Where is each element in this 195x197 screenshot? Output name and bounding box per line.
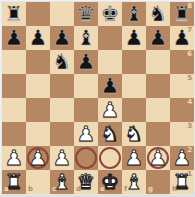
square-b5[interactable] <box>26 74 50 98</box>
piece-black-bishop-f8[interactable]: ♝ <box>122 2 146 26</box>
square-c8[interactable] <box>50 2 74 26</box>
piece-black-queen-d8[interactable]: ♛ <box>74 2 98 26</box>
square-d4[interactable] <box>74 98 98 122</box>
square-a8[interactable]: ♜ <box>2 2 26 26</box>
square-g3[interactable] <box>146 122 170 146</box>
square-g8[interactable]: ♞ <box>146 2 170 26</box>
square-d1[interactable]: ♛d <box>74 170 98 194</box>
annotation-circle-d2 <box>75 147 97 169</box>
piece-black-pawn-e5[interactable]: ♟ <box>98 74 122 98</box>
square-c6[interactable]: ♞ <box>50 50 74 74</box>
piece-white-queen-d1[interactable]: ♛ <box>74 170 98 194</box>
square-a7[interactable]: ♟ <box>2 26 26 50</box>
square-d6[interactable]: ♟ <box>74 50 98 74</box>
piece-black-knight-g8[interactable]: ♞ <box>146 2 170 26</box>
square-c2[interactable]: ♟ <box>50 146 74 170</box>
square-c5[interactable] <box>50 74 74 98</box>
piece-white-pawn-e4[interactable]: ♟ <box>98 98 122 122</box>
square-c7[interactable]: ♟ <box>50 26 74 50</box>
square-a3[interactable] <box>2 122 26 146</box>
piece-white-knight-f3[interactable]: ♞ <box>122 122 146 146</box>
square-c3[interactable] <box>50 122 74 146</box>
rank-label-4: 4 <box>187 99 192 106</box>
piece-white-knight-e3[interactable]: ♞ <box>98 122 122 146</box>
square-f6[interactable] <box>122 50 146 74</box>
square-h6[interactable]: 6 <box>170 50 194 74</box>
square-b3[interactable] <box>26 122 50 146</box>
piece-black-pawn-b7[interactable]: ♟ <box>26 26 50 50</box>
rank-label-5: 5 <box>187 75 192 82</box>
square-e6[interactable] <box>98 50 122 74</box>
square-b1[interactable]: b <box>26 170 50 194</box>
file-label-b: b <box>28 186 33 193</box>
piece-black-rook-a8[interactable]: ♜ <box>2 2 26 26</box>
piece-white-pawn-a2[interactable]: ♟ <box>2 146 26 170</box>
square-f7[interactable]: ♟ <box>122 26 146 50</box>
piece-white-pawn-c2[interactable]: ♟ <box>50 146 74 170</box>
piece-white-pawn-b2[interactable]: ♟ <box>26 146 50 170</box>
square-f1[interactable]: ♝f <box>122 170 146 194</box>
square-e4[interactable]: ♟ <box>98 98 122 122</box>
square-b4[interactable] <box>26 98 50 122</box>
piece-black-knight-c6[interactable]: ♞ <box>50 50 74 74</box>
piece-black-bishop-d7[interactable]: ♝ <box>74 26 98 50</box>
square-g5[interactable] <box>146 74 170 98</box>
square-b7[interactable]: ♟ <box>26 26 50 50</box>
piece-black-rook-h8[interactable]: ♜ <box>170 2 194 26</box>
square-a1[interactable]: ♜a <box>2 170 26 194</box>
piece-black-pawn-d6[interactable]: ♟ <box>74 50 98 74</box>
square-f3[interactable]: ♞ <box>122 122 146 146</box>
square-b8[interactable] <box>26 2 50 26</box>
square-h5[interactable]: 5 <box>170 74 194 98</box>
square-h2[interactable]: ♟2 <box>170 146 194 170</box>
square-a5[interactable] <box>2 74 26 98</box>
piece-white-pawn-g2[interactable]: ♟ <box>146 146 170 170</box>
board-frame: ♜♛♚♝♞♜8♟♟♟♝♟♟♟7♞♟6♟5♟4♟♞♞3♟♟♟♟♟♟2♜ab♝c♛d… <box>0 0 195 197</box>
square-c1[interactable]: ♝c <box>50 170 74 194</box>
square-e7[interactable] <box>98 26 122 50</box>
square-b6[interactable] <box>26 50 50 74</box>
square-e5[interactable]: ♟ <box>98 74 122 98</box>
square-a2[interactable]: ♟ <box>2 146 26 170</box>
piece-white-bishop-c1[interactable]: ♝ <box>50 170 74 194</box>
rank-label-3: 3 <box>187 123 192 130</box>
square-e3[interactable]: ♞ <box>98 122 122 146</box>
piece-black-pawn-g7[interactable]: ♟ <box>146 26 170 50</box>
square-c4[interactable] <box>50 98 74 122</box>
square-d5[interactable] <box>74 74 98 98</box>
square-h1[interactable]: ♜1h <box>170 170 194 194</box>
square-h3[interactable]: 3 <box>170 122 194 146</box>
piece-black-pawn-c7[interactable]: ♟ <box>50 26 74 50</box>
square-f8[interactable]: ♝ <box>122 2 146 26</box>
piece-white-pawn-d3[interactable]: ♟ <box>74 122 98 146</box>
piece-white-pawn-f2[interactable]: ♟ <box>122 146 146 170</box>
annotation-circle-e2 <box>99 147 121 169</box>
square-d8[interactable]: ♛ <box>74 2 98 26</box>
piece-black-king-e8[interactable]: ♚ <box>98 2 122 26</box>
square-f2[interactable]: ♟ <box>122 146 146 170</box>
square-f4[interactable] <box>122 98 146 122</box>
piece-black-pawn-f7[interactable]: ♟ <box>122 26 146 50</box>
square-g7[interactable]: ♟ <box>146 26 170 50</box>
piece-black-pawn-a7[interactable]: ♟ <box>2 26 26 50</box>
square-a4[interactable] <box>2 98 26 122</box>
square-e1[interactable]: ♚e <box>98 170 122 194</box>
piece-white-bishop-f1[interactable]: ♝ <box>122 170 146 194</box>
chess-board[interactable]: ♜♛♚♝♞♜8♟♟♟♝♟♟♟7♞♟6♟5♟4♟♞♞3♟♟♟♟♟♟2♜ab♝c♛d… <box>2 2 194 194</box>
piece-white-pawn-h2[interactable]: ♟ <box>170 146 194 170</box>
piece-black-pawn-h7[interactable]: ♟ <box>170 26 194 50</box>
square-h4[interactable]: 4 <box>170 98 194 122</box>
square-g6[interactable] <box>146 50 170 74</box>
square-a6[interactable] <box>2 50 26 74</box>
rank-label-6: 6 <box>187 51 192 58</box>
square-h7[interactable]: ♟7 <box>170 26 194 50</box>
square-g2[interactable]: ♟ <box>146 146 170 170</box>
square-g1[interactable]: g <box>146 170 170 194</box>
square-f5[interactable] <box>122 74 146 98</box>
square-g4[interactable] <box>146 98 170 122</box>
piece-white-king-e1[interactable]: ♚ <box>98 170 122 194</box>
square-d2[interactable] <box>74 146 98 170</box>
file-label-g: g <box>148 186 153 193</box>
square-h8[interactable]: ♜8 <box>170 2 194 26</box>
square-e8[interactable]: ♚ <box>98 2 122 26</box>
square-b2[interactable]: ♟ <box>26 146 50 170</box>
piece-white-rook-h1[interactable]: ♜ <box>170 170 194 194</box>
square-d3[interactable]: ♟ <box>74 122 98 146</box>
square-e2[interactable] <box>98 146 122 170</box>
piece-white-rook-a1[interactable]: ♜ <box>2 170 26 194</box>
square-d7[interactable]: ♝ <box>74 26 98 50</box>
